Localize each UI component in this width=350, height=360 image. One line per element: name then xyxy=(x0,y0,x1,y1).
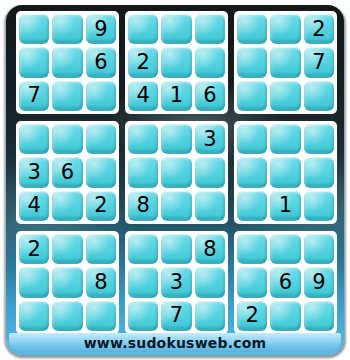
cell-r9c7[interactable]: 2 xyxy=(237,301,267,331)
cell-r9c9[interactable] xyxy=(304,301,334,331)
cell-r7c8[interactable] xyxy=(270,234,300,264)
cell-r5c7[interactable] xyxy=(237,157,267,187)
cell-r3c9[interactable] xyxy=(304,81,334,111)
block-r1c2: 1 xyxy=(234,121,337,224)
block-r0c2: 27 xyxy=(234,11,337,114)
block-r0c0: 967 xyxy=(16,11,119,114)
cell-r3c1[interactable]: 7 xyxy=(19,81,49,111)
cell-r2c2[interactable] xyxy=(52,47,82,77)
cell-r8c2[interactable] xyxy=(52,267,82,297)
cell-r6c1[interactable]: 4 xyxy=(19,191,49,221)
cell-r1c6[interactable] xyxy=(195,14,225,44)
cell-r7c1[interactable]: 2 xyxy=(19,234,49,264)
cell-r8c7[interactable] xyxy=(237,267,267,297)
cell-r3c7[interactable] xyxy=(237,81,267,111)
block-r2c0: 28 xyxy=(16,231,119,334)
cell-r6c8[interactable]: 1 xyxy=(270,191,300,221)
block-r1c0: 3642 xyxy=(16,121,119,224)
block-r2c2: 692 xyxy=(234,231,337,334)
block-r1c1: 38 xyxy=(125,121,228,224)
cell-r1c3[interactable]: 9 xyxy=(86,14,116,44)
cell-r6c3[interactable]: 2 xyxy=(86,191,116,221)
cell-r8c6[interactable] xyxy=(195,267,225,297)
cell-r4c2[interactable] xyxy=(52,124,82,154)
cell-r7c4[interactable] xyxy=(128,234,158,264)
cell-r5c5[interactable] xyxy=(161,157,191,187)
cell-r7c2[interactable] xyxy=(52,234,82,264)
cell-r4c8[interactable] xyxy=(270,124,300,154)
cell-r5c9[interactable] xyxy=(304,157,334,187)
site-link[interactable]: www.sudokusweb.com xyxy=(84,335,267,351)
cell-r3c5[interactable]: 1 xyxy=(161,81,191,111)
cell-r9c4[interactable] xyxy=(128,301,158,331)
cell-r3c2[interactable] xyxy=(52,81,82,111)
cell-r5c1[interactable]: 3 xyxy=(19,157,49,187)
cell-r6c7[interactable] xyxy=(237,191,267,221)
cell-r9c8[interactable] xyxy=(270,301,300,331)
cell-r6c5[interactable] xyxy=(161,191,191,221)
cell-r7c7[interactable] xyxy=(237,234,267,264)
cell-r7c5[interactable] xyxy=(161,234,191,264)
cell-r8c8[interactable]: 6 xyxy=(270,267,300,297)
cell-r2c4[interactable]: 2 xyxy=(128,47,158,77)
cell-r1c9[interactable]: 2 xyxy=(304,14,334,44)
cell-r3c8[interactable] xyxy=(270,81,300,111)
cell-r1c8[interactable] xyxy=(270,14,300,44)
cell-r9c6[interactable] xyxy=(195,301,225,331)
cell-r4c1[interactable] xyxy=(19,124,49,154)
footer-bar: www.sudokusweb.com xyxy=(9,333,341,352)
cell-r2c8[interactable] xyxy=(270,47,300,77)
cell-r9c3[interactable] xyxy=(86,301,116,331)
cell-r5c6[interactable] xyxy=(195,157,225,187)
sudoku-board-frame: 967241627364238128837692 www.sudokusweb.… xyxy=(6,5,344,355)
cell-r2c3[interactable]: 6 xyxy=(86,47,116,77)
cell-r8c5[interactable]: 3 xyxy=(161,267,191,297)
cell-r8c1[interactable] xyxy=(19,267,49,297)
cell-r7c9[interactable] xyxy=(304,234,334,264)
cell-r2c6[interactable] xyxy=(195,47,225,77)
cell-r4c3[interactable] xyxy=(86,124,116,154)
cell-r4c7[interactable] xyxy=(237,124,267,154)
cell-r4c6[interactable]: 3 xyxy=(195,124,225,154)
cell-r1c7[interactable] xyxy=(237,14,267,44)
sudoku-grid: 967241627364238128837692 xyxy=(16,11,337,334)
cell-r2c9[interactable]: 7 xyxy=(304,47,334,77)
cell-r5c8[interactable] xyxy=(270,157,300,187)
cell-r3c6[interactable]: 6 xyxy=(195,81,225,111)
block-r0c1: 2416 xyxy=(125,11,228,114)
cell-r8c4[interactable] xyxy=(128,267,158,297)
cell-r6c9[interactable] xyxy=(304,191,334,221)
cell-r1c1[interactable] xyxy=(19,14,49,44)
cell-r2c5[interactable] xyxy=(161,47,191,77)
cell-r6c6[interactable] xyxy=(195,191,225,221)
cell-r3c4[interactable]: 4 xyxy=(128,81,158,111)
block-r2c1: 837 xyxy=(125,231,228,334)
cell-r2c7[interactable] xyxy=(237,47,267,77)
cell-r4c5[interactable] xyxy=(161,124,191,154)
cell-r1c4[interactable] xyxy=(128,14,158,44)
cell-r7c3[interactable] xyxy=(86,234,116,264)
cell-r5c3[interactable] xyxy=(86,157,116,187)
cell-r9c5[interactable]: 7 xyxy=(161,301,191,331)
cell-r5c4[interactable] xyxy=(128,157,158,187)
cell-r4c9[interactable] xyxy=(304,124,334,154)
cell-r5c2[interactable]: 6 xyxy=(52,157,82,187)
cell-r6c4[interactable]: 8 xyxy=(128,191,158,221)
cell-r6c2[interactable] xyxy=(52,191,82,221)
cell-r8c3[interactable]: 8 xyxy=(86,267,116,297)
cell-r8c9[interactable]: 9 xyxy=(304,267,334,297)
cell-r7c6[interactable]: 8 xyxy=(195,234,225,264)
cell-r1c2[interactable] xyxy=(52,14,82,44)
cell-r9c2[interactable] xyxy=(52,301,82,331)
cell-r9c1[interactable] xyxy=(19,301,49,331)
cell-r1c5[interactable] xyxy=(161,14,191,44)
cell-r4c4[interactable] xyxy=(128,124,158,154)
cell-r3c3[interactable] xyxy=(86,81,116,111)
cell-r2c1[interactable] xyxy=(19,47,49,77)
